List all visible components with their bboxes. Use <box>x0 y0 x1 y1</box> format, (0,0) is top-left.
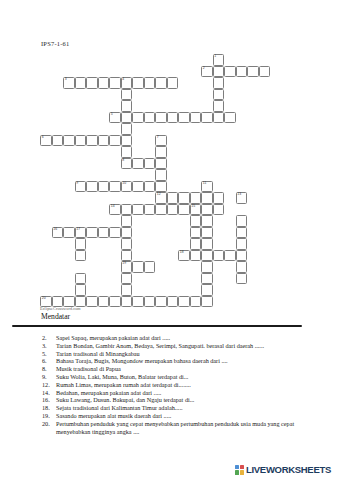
cell-r14c17[interactable] <box>236 215 248 227</box>
eclipsecrossword-credit: EclipseCrossword.com <box>40 306 81 311</box>
cell-r13c9[interactable] <box>144 204 156 216</box>
cell-r14c14[interactable] <box>201 215 213 227</box>
clue-item-16: 16.Suku Lawang, Dusun. Bakupai, dan Ngaj… <box>42 396 308 404</box>
logo-square-0 <box>235 465 239 470</box>
cell-r15c4[interactable] <box>86 227 98 239</box>
cell-r16c7[interactable] <box>121 238 133 250</box>
clue-number-10: 10 <box>122 182 126 185</box>
cell-r12c12[interactable] <box>178 192 190 204</box>
cell-r18c7[interactable]: 19 <box>121 261 133 273</box>
clue-item-8: 8.Musik tradisonal di Papua <box>42 365 308 373</box>
cell-r12c13[interactable] <box>190 192 202 204</box>
cell-r7c7[interactable] <box>121 135 133 147</box>
clue-text: Tarian Bondan, Gambir Anom, Bedaya, Seri… <box>56 342 308 350</box>
clue-item-5: 5.Tarian tradisonal di Minangkabau <box>42 350 308 358</box>
cell-r15c13[interactable] <box>190 227 202 239</box>
cell-r5c9[interactable] <box>144 112 156 124</box>
cell-r12c14[interactable] <box>201 192 213 204</box>
cell-r6c7[interactable] <box>121 123 133 135</box>
cell-r11c10[interactable] <box>155 181 167 193</box>
clue-text: Sejata tradisional dari Kalimantan Timur… <box>56 404 308 412</box>
clue-num: 5. <box>42 350 56 358</box>
logo-square-3 <box>240 470 244 475</box>
cell-r5c15[interactable] <box>213 112 225 124</box>
cell-r15c6[interactable] <box>109 227 121 239</box>
cell-r0c15[interactable]: 1 <box>213 54 225 66</box>
cell-r11c7[interactable]: 10 <box>121 181 133 193</box>
cell-r14c7[interactable] <box>121 215 133 227</box>
cell-r1c16[interactable] <box>224 66 236 78</box>
clue-number-8: 8 <box>122 159 124 162</box>
cell-r21c11[interactable] <box>167 296 179 308</box>
cell-r15c14[interactable] <box>201 227 213 239</box>
cell-r5c6[interactable]: 5 <box>109 112 121 124</box>
cell-r13c15[interactable] <box>213 204 225 216</box>
cell-r7c5[interactable] <box>98 135 110 147</box>
cell-r12c17[interactable]: 13 <box>236 192 248 204</box>
worksheet-page: IPS7-1-61 123456789101112131415161718192… <box>0 0 340 480</box>
cell-r2c5[interactable] <box>98 77 110 89</box>
cell-r7c3[interactable] <box>75 135 87 147</box>
clue-text: Sasando merupakan alat musik daerah dari… <box>56 412 308 420</box>
clue-number-1: 1 <box>214 55 216 58</box>
cell-r7c6[interactable] <box>109 135 121 147</box>
cell-r21c13[interactable] <box>190 296 202 308</box>
cell-r21c5[interactable] <box>98 296 110 308</box>
cell-r16c13[interactable] <box>190 238 202 250</box>
cell-r21c8[interactable] <box>132 296 144 308</box>
cell-r19c7[interactable] <box>121 273 133 285</box>
section-divider <box>12 325 302 327</box>
cell-r12c15[interactable] <box>213 192 225 204</box>
cell-r2c11[interactable] <box>167 77 179 89</box>
cell-r21c14[interactable] <box>201 296 213 308</box>
cell-r12c11[interactable] <box>167 192 179 204</box>
cell-r5c7[interactable] <box>121 112 133 124</box>
clue-number-16: 16 <box>53 228 57 231</box>
cell-r11c8[interactable] <box>132 181 144 193</box>
clue-text: Bahasa Toraja, Bugis, Mongondow merupaka… <box>56 357 308 365</box>
cell-r4c7[interactable] <box>121 100 133 112</box>
clue-number-18: 18 <box>180 251 184 254</box>
clue-number-2: 2 <box>203 67 205 70</box>
cell-r3c7[interactable] <box>121 89 133 101</box>
clue-number-14: 14 <box>111 205 115 208</box>
cell-r21c6[interactable] <box>109 296 121 308</box>
cell-r2c6[interactable] <box>109 77 121 89</box>
clue-text: Musik tradisonal di Papua <box>56 365 308 373</box>
clue-num: 18. <box>42 404 56 412</box>
cell-r9c9[interactable] <box>144 158 156 170</box>
clue-item-9: 9.Suku Wolia, Laki, Muna, Buton, Balatar… <box>42 373 308 381</box>
cell-r16c14[interactable] <box>201 238 213 250</box>
cell-r21c9[interactable] <box>144 296 156 308</box>
cell-r13c11[interactable] <box>167 204 179 216</box>
clue-item-6: 6.Bahasa Toraja, Bugis, Mongondow merupa… <box>42 357 308 365</box>
cell-r17c7[interactable] <box>121 250 133 262</box>
clue-item-3: 3.Tarian Bondan, Gambir Anom, Bedaya, Se… <box>42 342 308 350</box>
cell-r9c7[interactable]: 8 <box>121 158 133 170</box>
cell-r13c8[interactable] <box>132 204 144 216</box>
cell-r5c14[interactable] <box>201 112 213 124</box>
cell-r1c14[interactable]: 2 <box>201 66 213 78</box>
cell-r20c14[interactable] <box>201 284 213 296</box>
clue-item-12: 12.Rumah Limas, merupakan rumah adat ter… <box>42 381 308 389</box>
cell-r13c12[interactable] <box>178 204 190 216</box>
cell-r17c3[interactable] <box>75 250 87 262</box>
cell-r1c19[interactable] <box>259 66 271 78</box>
clue-num: 9. <box>42 373 56 381</box>
clue-num: 12. <box>42 381 56 389</box>
cell-r7c4[interactable] <box>86 135 98 147</box>
cell-r2c2[interactable]: 3 <box>63 77 75 89</box>
clue-text: Suku Wolia, Laki, Muna, Buton, Balatar t… <box>56 373 308 381</box>
cell-r2c10[interactable] <box>155 77 167 89</box>
clue-number-7: 7 <box>157 136 159 139</box>
cell-r4c15[interactable] <box>213 100 225 112</box>
cell-r5c12[interactable] <box>178 112 190 124</box>
cell-r7c0[interactable]: 6 <box>40 135 52 147</box>
cell-r8c10[interactable] <box>155 146 167 158</box>
clue-item-19: 19.Sasando merupakan alat musik daerah d… <box>42 412 308 420</box>
cell-r13c6[interactable]: 14 <box>109 204 121 216</box>
cell-r20c3[interactable] <box>75 284 87 296</box>
cell-r16c3[interactable] <box>75 238 87 250</box>
cell-r12c10[interactable]: 12 <box>155 192 167 204</box>
clue-text: Bedahan, merupakan pakaian adat dari ...… <box>56 389 308 397</box>
cell-r2c3[interactable] <box>75 77 87 89</box>
clue-number-20: 20 <box>42 297 46 300</box>
cell-r18c9[interactable] <box>144 261 156 273</box>
clue-number-4: 4 <box>122 78 124 81</box>
cell-r13c10[interactable] <box>155 204 167 216</box>
cell-r1c18[interactable] <box>247 66 259 78</box>
cell-r2c9[interactable] <box>144 77 156 89</box>
cell-r21c12[interactable] <box>178 296 190 308</box>
clue-number-12: 12 <box>157 193 161 196</box>
cell-r7c10[interactable]: 7 <box>155 135 167 147</box>
cell-r15c5[interactable] <box>98 227 110 239</box>
clue-num: 14. <box>42 389 56 397</box>
cell-r17c12[interactable]: 18 <box>178 250 190 262</box>
cell-r13c13[interactable]: 15 <box>190 204 202 216</box>
clue-num: 8. <box>42 365 56 373</box>
clue-text: Pertumbuhan penduduk yang cepat menyebab… <box>56 420 308 436</box>
cell-r1c15[interactable] <box>213 66 225 78</box>
clue-number-9: 9 <box>76 182 78 185</box>
cell-r2c4[interactable] <box>86 77 98 89</box>
cell-r17c17[interactable] <box>236 250 248 262</box>
cell-r16c17[interactable] <box>236 238 248 250</box>
cell-r3c15[interactable] <box>213 89 225 101</box>
cell-r21c10[interactable] <box>155 296 167 308</box>
cell-r18c14[interactable] <box>201 261 213 273</box>
clue-item-18: 18.Sejata tradisional dari Kalimantan Ti… <box>42 404 308 412</box>
cell-r21c7[interactable] <box>121 296 133 308</box>
clue-text: Sapei Sapaq, merupakan pakaian adat dari… <box>56 334 308 342</box>
cell-r19c17[interactable] <box>236 273 248 285</box>
cell-r11c3[interactable]: 9 <box>75 181 87 193</box>
cell-r2c15[interactable] <box>213 77 225 89</box>
cell-r20c7[interactable] <box>121 284 133 296</box>
cell-r15c7[interactable] <box>121 227 133 239</box>
clue-list: 2.Sapei Sapaq, merupakan pakaian adat da… <box>42 334 308 435</box>
liveworksheets-grid-icon <box>235 465 244 475</box>
clue-num: 2. <box>42 334 56 342</box>
cell-r18c17[interactable] <box>236 261 248 273</box>
cell-r17c15[interactable] <box>213 250 225 262</box>
cell-r7c2[interactable] <box>63 135 75 147</box>
cell-r5c11[interactable] <box>167 112 179 124</box>
cell-r15c2[interactable] <box>63 227 75 239</box>
cell-r11c14[interactable]: 11 <box>201 181 213 193</box>
clue-num: 6. <box>42 357 56 365</box>
worksheet-code: IPS7-1-61 <box>41 40 70 47</box>
clue-number-6: 6 <box>42 136 44 139</box>
clue-number-13: 13 <box>237 193 241 196</box>
clue-text: Suku Lawang, Dusun. Bakupai, dan Ngaju t… <box>56 396 308 404</box>
clue-text: Tarian tradisonal di Minangkabau <box>56 350 308 358</box>
clues-section-title: Mendatar <box>41 312 70 321</box>
liveworksheets-logo: LIVEWORKSHEETS <box>235 464 331 475</box>
clue-number-11: 11 <box>203 182 207 185</box>
cell-r17c14[interactable] <box>201 250 213 262</box>
cell-r19c14[interactable] <box>201 273 213 285</box>
cell-r2c8[interactable] <box>132 77 144 89</box>
cell-r18c8[interactable] <box>132 261 144 273</box>
cell-r10c10[interactable] <box>155 169 167 181</box>
cell-r14c13[interactable] <box>190 215 202 227</box>
clue-number-5: 5 <box>111 113 113 116</box>
cell-r17c13[interactable] <box>190 250 202 262</box>
cell-r5c8[interactable] <box>132 112 144 124</box>
logo-square-1 <box>240 465 244 470</box>
cell-r5c16[interactable] <box>224 112 236 124</box>
cell-r15c1[interactable]: 16 <box>52 227 64 239</box>
clue-number-17: 17 <box>76 228 80 231</box>
cell-r8c7[interactable] <box>121 146 133 158</box>
clue-item-2: 2.Sapei Sapaq, merupakan pakaian adat da… <box>42 334 308 342</box>
clue-num: 19. <box>42 412 56 420</box>
cell-r19c3[interactable] <box>75 273 87 285</box>
clue-item-20: 20.Pertumbuhan penduduk yang cepat menye… <box>42 420 308 436</box>
crossword-grid: 1234567891011121314151617181920 <box>40 54 270 307</box>
clue-number-3: 3 <box>65 78 67 81</box>
cell-r13c7[interactable] <box>121 204 133 216</box>
cell-r11c6[interactable] <box>109 181 121 193</box>
cell-r11c5[interactable] <box>98 181 110 193</box>
clue-text: Rumah Limas, merupakan rumah adat terdap… <box>56 381 308 389</box>
cell-r15c17[interactable] <box>236 227 248 239</box>
cell-r9c8[interactable] <box>132 158 144 170</box>
cell-r11c4[interactable] <box>86 181 98 193</box>
clue-num: 3. <box>42 342 56 350</box>
clue-number-19: 19 <box>122 262 126 265</box>
cell-r1c17[interactable] <box>236 66 248 78</box>
cell-r5c13[interactable] <box>190 112 202 124</box>
cell-r5c10[interactable] <box>155 112 167 124</box>
clue-num: 20. <box>42 420 56 436</box>
cell-r9c10[interactable] <box>155 158 167 170</box>
clue-item-14: 14.Bedahan, merupakan pakaian adat dari … <box>42 389 308 397</box>
cell-r13c14[interactable] <box>201 204 213 216</box>
cell-r17c16[interactable] <box>224 250 236 262</box>
clue-number-15: 15 <box>191 205 195 208</box>
cell-r15c3[interactable]: 17 <box>75 227 87 239</box>
cell-r7c1[interactable] <box>52 135 64 147</box>
cell-r2c7[interactable]: 4 <box>121 77 133 89</box>
logo-square-2 <box>235 470 239 475</box>
clue-num: 16. <box>42 396 56 404</box>
cell-r11c9[interactable] <box>144 181 156 193</box>
liveworksheets-logo-text: LIVEWORKSHEETS <box>246 464 331 475</box>
cell-r21c4[interactable] <box>86 296 98 308</box>
